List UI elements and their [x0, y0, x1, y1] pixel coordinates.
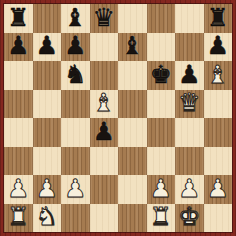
square-h5[interactable]: [204, 90, 233, 119]
piece-white-bishop[interactable]: ♝: [207, 62, 229, 87]
square-c7[interactable]: ♟: [61, 33, 90, 62]
piece-black-pawn[interactable]: ♟: [64, 33, 86, 58]
piece-black-pawn[interactable]: ♟: [36, 33, 58, 58]
piece-white-pawn[interactable]: ♟: [64, 176, 86, 201]
square-d1[interactable]: [90, 204, 119, 233]
square-e8[interactable]: [118, 4, 147, 33]
square-c2[interactable]: ♟: [61, 175, 90, 204]
square-a6[interactable]: [4, 61, 33, 90]
square-c1[interactable]: [61, 204, 90, 233]
square-f8[interactable]: [147, 4, 176, 33]
square-f7[interactable]: [147, 33, 176, 62]
square-f4[interactable]: [147, 118, 176, 147]
piece-white-queen[interactable]: ♛: [178, 90, 200, 115]
square-e1[interactable]: [118, 204, 147, 233]
piece-white-rook[interactable]: ♜: [7, 204, 29, 229]
square-e7[interactable]: ♝: [118, 33, 147, 62]
square-f2[interactable]: ♟: [147, 175, 176, 204]
square-h1[interactable]: [204, 204, 233, 233]
square-h2[interactable]: ♟: [204, 175, 233, 204]
square-h6[interactable]: ♝: [204, 61, 233, 90]
piece-black-pawn[interactable]: ♟: [178, 62, 200, 87]
square-h3[interactable]: [204, 147, 233, 176]
chess-board: ♜♝♛♜♟♟♟♝♟♞♚♟♝♝♛♟♟♟♟♟♟♟♜♞♜♚: [4, 4, 232, 232]
square-b6[interactable]: [33, 61, 62, 90]
piece-white-pawn[interactable]: ♟: [7, 176, 29, 201]
square-d3[interactable]: [90, 147, 119, 176]
square-c8[interactable]: ♝: [61, 4, 90, 33]
square-e5[interactable]: [118, 90, 147, 119]
square-c3[interactable]: [61, 147, 90, 176]
piece-white-king[interactable]: ♚: [178, 204, 200, 229]
square-c5[interactable]: [61, 90, 90, 119]
square-g6[interactable]: ♟: [175, 61, 204, 90]
square-g4[interactable]: [175, 118, 204, 147]
piece-white-pawn[interactable]: ♟: [36, 176, 58, 201]
square-b4[interactable]: [33, 118, 62, 147]
square-a1[interactable]: ♜: [4, 204, 33, 233]
square-b5[interactable]: [33, 90, 62, 119]
piece-white-pawn[interactable]: ♟: [207, 176, 229, 201]
square-f3[interactable]: [147, 147, 176, 176]
square-b8[interactable]: [33, 4, 62, 33]
chess-board-frame: ♜♝♛♜♟♟♟♝♟♞♚♟♝♝♛♟♟♟♟♟♟♟♜♞♜♚: [0, 0, 236, 236]
square-a4[interactable]: [4, 118, 33, 147]
square-h8[interactable]: ♜: [204, 4, 233, 33]
piece-white-rook[interactable]: ♜: [150, 204, 172, 229]
square-a3[interactable]: [4, 147, 33, 176]
square-d5[interactable]: ♝: [90, 90, 119, 119]
square-c4[interactable]: [61, 118, 90, 147]
square-e2[interactable]: [118, 175, 147, 204]
square-d7[interactable]: [90, 33, 119, 62]
square-f5[interactable]: [147, 90, 176, 119]
square-d8[interactable]: ♛: [90, 4, 119, 33]
square-a2[interactable]: ♟: [4, 175, 33, 204]
piece-white-bishop[interactable]: ♝: [93, 90, 115, 115]
square-c6[interactable]: ♞: [61, 61, 90, 90]
piece-white-knight[interactable]: ♞: [36, 204, 58, 229]
square-e4[interactable]: [118, 118, 147, 147]
square-b7[interactable]: ♟: [33, 33, 62, 62]
piece-black-pawn[interactable]: ♟: [7, 33, 29, 58]
square-b3[interactable]: [33, 147, 62, 176]
square-d6[interactable]: [90, 61, 119, 90]
square-e3[interactable]: [118, 147, 147, 176]
square-g3[interactable]: [175, 147, 204, 176]
piece-black-queen[interactable]: ♛: [93, 5, 115, 30]
piece-white-pawn[interactable]: ♟: [150, 176, 172, 201]
square-g7[interactable]: [175, 33, 204, 62]
square-g1[interactable]: ♚: [175, 204, 204, 233]
piece-black-king[interactable]: ♚: [150, 62, 172, 87]
piece-black-pawn[interactable]: ♟: [93, 119, 115, 144]
piece-black-pawn[interactable]: ♟: [207, 33, 229, 58]
piece-black-bishop[interactable]: ♝: [64, 5, 86, 30]
square-b2[interactable]: ♟: [33, 175, 62, 204]
piece-white-pawn[interactable]: ♟: [178, 176, 200, 201]
square-g2[interactable]: ♟: [175, 175, 204, 204]
square-a8[interactable]: ♜: [4, 4, 33, 33]
square-d4[interactable]: ♟: [90, 118, 119, 147]
square-f1[interactable]: ♜: [147, 204, 176, 233]
square-h4[interactable]: [204, 118, 233, 147]
square-f6[interactable]: ♚: [147, 61, 176, 90]
piece-black-bishop[interactable]: ♝: [121, 33, 143, 58]
square-h7[interactable]: ♟: [204, 33, 233, 62]
square-a5[interactable]: [4, 90, 33, 119]
square-e6[interactable]: [118, 61, 147, 90]
square-a7[interactable]: ♟: [4, 33, 33, 62]
square-g8[interactable]: [175, 4, 204, 33]
piece-black-rook[interactable]: ♜: [207, 5, 229, 30]
square-b1[interactable]: ♞: [33, 204, 62, 233]
square-d2[interactable]: [90, 175, 119, 204]
square-g5[interactable]: ♛: [175, 90, 204, 119]
piece-black-knight[interactable]: ♞: [64, 62, 86, 87]
piece-black-rook[interactable]: ♜: [7, 5, 29, 30]
